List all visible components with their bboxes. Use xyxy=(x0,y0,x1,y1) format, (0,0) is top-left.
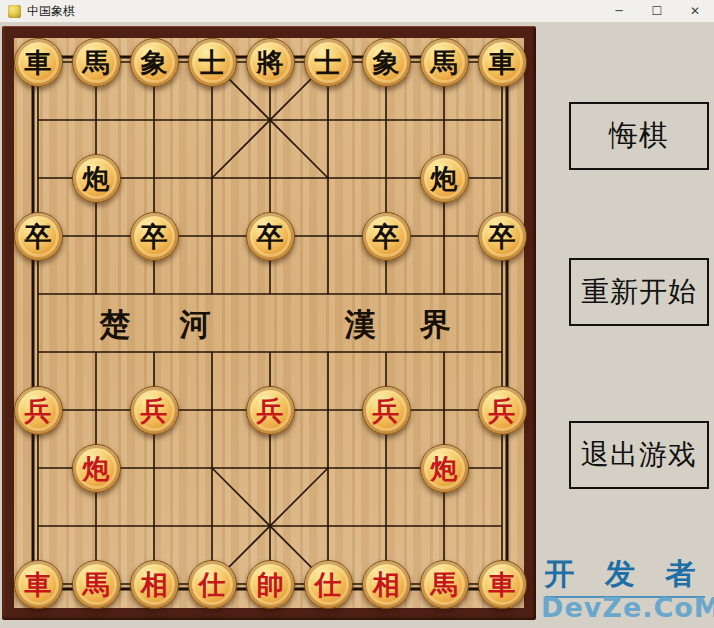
board-point[interactable] xyxy=(183,149,241,207)
close-button[interactable]: ✕ xyxy=(676,0,714,22)
board-point[interactable] xyxy=(357,497,415,555)
board-point[interactable]: 車 xyxy=(9,33,67,91)
piece-red[interactable]: 帥 xyxy=(246,560,295,609)
board-point[interactable] xyxy=(299,149,357,207)
board-point[interactable] xyxy=(357,323,415,381)
piece-black[interactable]: 車 xyxy=(14,38,63,87)
board-point[interactable] xyxy=(299,323,357,381)
board-point[interactable]: 馬 xyxy=(415,33,473,91)
board-point[interactable] xyxy=(299,265,357,323)
board-point[interactable]: 炮 xyxy=(67,439,125,497)
piece-black[interactable]: 卒 xyxy=(246,212,295,261)
board-point[interactable] xyxy=(299,497,357,555)
board-point[interactable] xyxy=(415,207,473,265)
board-point[interactable] xyxy=(9,149,67,207)
piece-black[interactable]: 車 xyxy=(478,38,527,87)
board-point[interactable] xyxy=(357,149,415,207)
board-point[interactable] xyxy=(67,91,125,149)
board-point[interactable] xyxy=(183,439,241,497)
board-point[interactable] xyxy=(415,381,473,439)
board-point[interactable]: 兵 xyxy=(9,381,67,439)
board-point[interactable] xyxy=(9,439,67,497)
piece-black[interactable]: 士 xyxy=(188,38,237,87)
board-point[interactable] xyxy=(125,265,183,323)
board-point[interactable]: 仕 xyxy=(299,555,357,613)
board-point[interactable] xyxy=(299,207,357,265)
board-point[interactable] xyxy=(67,381,125,439)
piece-black[interactable]: 卒 xyxy=(362,212,411,261)
piece-black[interactable]: 炮 xyxy=(72,154,121,203)
board-point[interactable] xyxy=(357,439,415,497)
xiangqi-board: 楚 河 漢 界 車馬象士將士象馬車炮炮卒卒卒卒卒兵兵兵兵兵炮炮車馬相仕帥仕相馬車 xyxy=(2,26,536,620)
board-point[interactable]: 馬 xyxy=(67,555,125,613)
board-point[interactable]: 兵 xyxy=(357,381,415,439)
board-point[interactable] xyxy=(357,91,415,149)
quit-game-button[interactable]: 退出游戏 xyxy=(569,421,709,489)
board-point[interactable]: 炮 xyxy=(415,149,473,207)
piece-red[interactable]: 仕 xyxy=(304,560,353,609)
board-point[interactable] xyxy=(241,91,299,149)
board-point[interactable]: 卒 xyxy=(241,207,299,265)
board-point[interactable] xyxy=(415,91,473,149)
app-window: 中国象棋 ─ ☐ ✕ xyxy=(0,0,714,628)
piece-red[interactable]: 兵 xyxy=(130,386,179,435)
board-point[interactable]: 仕 xyxy=(183,555,241,613)
board-point[interactable]: 相 xyxy=(125,555,183,613)
board-point[interactable]: 象 xyxy=(125,33,183,91)
board-point[interactable] xyxy=(9,497,67,555)
app-icon xyxy=(8,5,21,18)
board-point[interactable] xyxy=(415,323,473,381)
undo-move-button[interactable]: 悔棋 xyxy=(569,102,709,170)
board-point[interactable]: 車 xyxy=(9,555,67,613)
board-point[interactable]: 兵 xyxy=(473,381,531,439)
board-point[interactable] xyxy=(9,91,67,149)
board-point[interactable]: 炮 xyxy=(67,149,125,207)
restart-button[interactable]: 重新开始 xyxy=(569,258,709,326)
piece-red[interactable]: 炮 xyxy=(420,444,469,493)
maximize-button[interactable]: ☐ xyxy=(638,0,676,22)
piece-black[interactable]: 卒 xyxy=(130,212,179,261)
board-point[interactable]: 兵 xyxy=(241,381,299,439)
piece-red[interactable]: 相 xyxy=(362,560,411,609)
board-point[interactable] xyxy=(183,497,241,555)
piece-black[interactable]: 馬 xyxy=(420,38,469,87)
board-point[interactable]: 馬 xyxy=(67,33,125,91)
watermark-text-en: DevZe.CoM xyxy=(541,592,709,623)
board-point[interactable] xyxy=(183,207,241,265)
board-point[interactable] xyxy=(125,439,183,497)
board-point[interactable] xyxy=(9,265,67,323)
piece-red[interactable]: 炮 xyxy=(72,444,121,493)
piece-black[interactable]: 士 xyxy=(304,38,353,87)
piece-black[interactable]: 卒 xyxy=(478,212,527,261)
piece-red[interactable]: 兵 xyxy=(478,386,527,435)
board-point[interactable] xyxy=(473,497,531,555)
board-point[interactable] xyxy=(67,207,125,265)
board-point[interactable] xyxy=(473,91,531,149)
board-point[interactable]: 卒 xyxy=(9,207,67,265)
board-point[interactable]: 將 xyxy=(241,33,299,91)
board-point[interactable] xyxy=(299,91,357,149)
board-point[interactable]: 帥 xyxy=(241,555,299,613)
board-point[interactable] xyxy=(125,497,183,555)
piece-black[interactable]: 象 xyxy=(130,38,179,87)
board-point[interactable]: 相 xyxy=(357,555,415,613)
piece-red[interactable]: 車 xyxy=(478,560,527,609)
board-point[interactable] xyxy=(415,265,473,323)
board-point[interactable]: 兵 xyxy=(125,381,183,439)
piece-red[interactable]: 兵 xyxy=(362,386,411,435)
board-point[interactable]: 卒 xyxy=(357,207,415,265)
piece-red[interactable]: 馬 xyxy=(72,560,121,609)
board-point[interactable] xyxy=(241,265,299,323)
board-point[interactable] xyxy=(9,323,67,381)
piece-black[interactable]: 將 xyxy=(246,38,295,87)
board-point[interactable]: 士 xyxy=(183,33,241,91)
board-point[interactable] xyxy=(299,439,357,497)
piece-red[interactable]: 車 xyxy=(14,560,63,609)
board-point[interactable] xyxy=(183,91,241,149)
board-point[interactable] xyxy=(125,91,183,149)
board-point[interactable] xyxy=(241,323,299,381)
board-point[interactable] xyxy=(241,149,299,207)
board-point[interactable] xyxy=(473,265,531,323)
board-point[interactable]: 象 xyxy=(357,33,415,91)
piece-red[interactable]: 兵 xyxy=(246,386,295,435)
minimize-button[interactable]: ─ xyxy=(600,0,638,22)
board-point[interactable] xyxy=(473,439,531,497)
board-point[interactable] xyxy=(125,149,183,207)
board-point[interactable]: 車 xyxy=(473,33,531,91)
piece-red[interactable]: 相 xyxy=(130,560,179,609)
piece-black[interactable]: 馬 xyxy=(72,38,121,87)
piece-black[interactable]: 炮 xyxy=(420,154,469,203)
window-title: 中国象棋 xyxy=(27,3,75,20)
board-point[interactable] xyxy=(183,381,241,439)
board-point[interactable]: 卒 xyxy=(473,207,531,265)
board-point[interactable] xyxy=(473,323,531,381)
board-point[interactable] xyxy=(241,497,299,555)
board-point[interactable] xyxy=(299,381,357,439)
board-point[interactable] xyxy=(125,323,183,381)
board-point[interactable] xyxy=(67,323,125,381)
board-point[interactable] xyxy=(67,497,125,555)
window-controls: ─ ☐ ✕ xyxy=(600,0,714,22)
board-point[interactable] xyxy=(357,265,415,323)
piece-red[interactable]: 馬 xyxy=(420,560,469,609)
board-point[interactable] xyxy=(67,265,125,323)
piece-red[interactable]: 仕 xyxy=(188,560,237,609)
piece-red[interactable]: 兵 xyxy=(14,386,63,435)
board-point[interactable]: 炮 xyxy=(415,439,473,497)
board-point[interactable]: 馬 xyxy=(415,555,473,613)
piece-black[interactable]: 卒 xyxy=(14,212,63,261)
piece-black[interactable]: 象 xyxy=(362,38,411,87)
board-point[interactable] xyxy=(473,149,531,207)
board-point[interactable] xyxy=(241,439,299,497)
watermark: 开 发 者 DevZe.CoM xyxy=(541,554,709,623)
board-point[interactable]: 車 xyxy=(473,555,531,613)
board-point[interactable] xyxy=(415,497,473,555)
board-point[interactable] xyxy=(183,323,241,381)
board-point[interactable]: 士 xyxy=(299,33,357,91)
pieces-grid: 車馬象士將士象馬車炮炮卒卒卒卒卒兵兵兵兵兵炮炮車馬相仕帥仕相馬車 xyxy=(9,33,531,613)
titlebar: 中国象棋 ─ ☐ ✕ xyxy=(0,0,714,23)
board-point[interactable]: 卒 xyxy=(125,207,183,265)
board-point[interactable] xyxy=(183,265,241,323)
